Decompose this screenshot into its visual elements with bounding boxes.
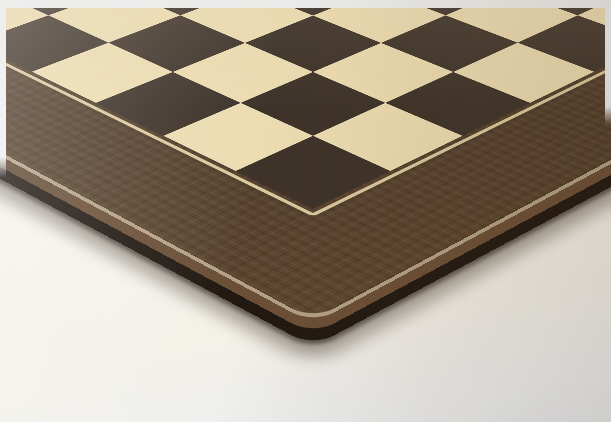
backdrop-strip-left	[0, 0, 6, 178]
chessboard-photo	[0, 0, 611, 422]
backdrop-strip-top	[0, 0, 611, 8]
backdrop-strip-right	[605, 0, 611, 125]
